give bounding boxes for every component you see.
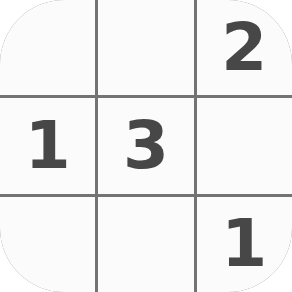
- grid-cell-r1c0[interactable]: 1: [0, 98, 95, 193]
- grid-cell-r0c0[interactable]: [0, 0, 95, 95]
- sudoku-grid: 2131: [0, 0, 292, 292]
- grid-cell-r2c1[interactable]: [98, 197, 193, 292]
- grid-cell-r0c1[interactable]: [98, 0, 193, 95]
- grid-cell-r2c0[interactable]: [0, 197, 95, 292]
- grid-cell-r1c2[interactable]: [197, 98, 292, 193]
- grid-cell-r1c1[interactable]: 3: [98, 98, 193, 193]
- sudoku-app-icon[interactable]: 2131: [0, 0, 292, 292]
- grid-cell-r0c2[interactable]: 2: [197, 0, 292, 95]
- grid-cell-r2c2[interactable]: 1: [197, 197, 292, 292]
